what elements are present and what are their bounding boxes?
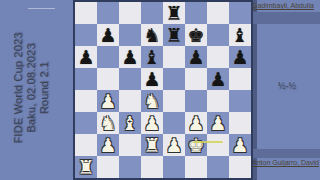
square-a3[interactable] — [75, 112, 97, 134]
square-g8[interactable] — [207, 2, 229, 24]
square-d7[interactable]: ♞ — [141, 24, 163, 46]
event-name: FIDE World Cup 2023 — [12, 0, 25, 176]
chess-board: ♜♟♞♜♚♝♟♟♝♟♟♟♟♟♞♞♝♟♟♟♟♜♟♚♟♜ — [73, 0, 253, 180]
bottom-shadow-band — [253, 149, 320, 158]
move-arrow — [193, 141, 223, 143]
white-pawn[interactable]: ♟ — [143, 112, 160, 134]
black-pawn[interactable]: ♟ — [143, 68, 160, 90]
square-b5[interactable] — [97, 68, 119, 90]
square-g5[interactable]: ♟ — [207, 68, 229, 90]
square-f1[interactable] — [185, 156, 207, 178]
square-a8[interactable] — [75, 2, 97, 24]
square-c7[interactable] — [119, 24, 141, 46]
square-e2[interactable]: ♟ — [163, 134, 185, 156]
square-h6[interactable]: ♟ — [229, 46, 251, 68]
black-rook[interactable]: ♜ — [165, 24, 182, 46]
white-pawn[interactable]: ♟ — [209, 112, 226, 134]
square-d8[interactable] — [141, 2, 163, 24]
square-g4[interactable] — [207, 90, 229, 112]
square-f4[interactable] — [185, 90, 207, 112]
square-d6[interactable]: ♝ — [141, 46, 163, 68]
square-f2[interactable]: ♚ — [185, 134, 207, 156]
white-pawn[interactable]: ♟ — [99, 134, 116, 156]
square-b2[interactable]: ♟ — [97, 134, 119, 156]
square-d5[interactable]: ♟ — [141, 68, 163, 90]
square-h1[interactable] — [229, 156, 251, 178]
black-pawn[interactable]: ♟ — [187, 46, 204, 68]
square-d3[interactable]: ♟ — [141, 112, 163, 134]
event-info: FIDE World Cup 2023 Baku, 02.08.2023 Rou… — [12, 0, 54, 176]
white-pawn[interactable]: ♟ — [99, 90, 116, 112]
black-king[interactable]: ♚ — [187, 24, 204, 46]
black-player-name[interactable]: Gadimbayli, Abdulla — [252, 2, 314, 9]
square-g7[interactable] — [207, 24, 229, 46]
square-f8[interactable] — [185, 2, 207, 24]
square-g2[interactable] — [207, 134, 229, 156]
square-b3[interactable]: ♞ — [97, 112, 119, 134]
white-rook[interactable]: ♜ — [143, 134, 160, 156]
event-location-date: Baku, 02.08.2023 — [25, 0, 38, 176]
square-f6[interactable]: ♟ — [185, 46, 207, 68]
white-pawn[interactable]: ♟ — [187, 112, 204, 134]
square-g3[interactable]: ♟ — [207, 112, 229, 134]
square-h2[interactable]: ♟ — [229, 134, 251, 156]
square-f7[interactable]: ♚ — [185, 24, 207, 46]
square-e1[interactable] — [163, 156, 185, 178]
square-e3[interactable] — [163, 112, 185, 134]
black-pawn[interactable]: ♟ — [99, 24, 116, 46]
square-b7[interactable]: ♟ — [97, 24, 119, 46]
game-result: ½-½ — [262, 81, 312, 91]
square-b1[interactable] — [97, 156, 119, 178]
white-bishop[interactable]: ♝ — [121, 112, 138, 134]
white-player-name[interactable]: Anton Guijarro, David — [252, 159, 319, 166]
top-shadow-band — [253, 12, 320, 24]
square-a5[interactable] — [75, 68, 97, 90]
black-pawn[interactable]: ♟ — [209, 68, 226, 90]
square-d2[interactable]: ♜ — [141, 134, 163, 156]
black-knight[interactable]: ♞ — [143, 24, 160, 46]
square-h3[interactable] — [229, 112, 251, 134]
square-e7[interactable]: ♜ — [163, 24, 185, 46]
square-a2[interactable] — [75, 134, 97, 156]
square-c3[interactable]: ♝ — [119, 112, 141, 134]
square-c8[interactable] — [119, 2, 141, 24]
black-bishop[interactable]: ♝ — [231, 24, 248, 46]
white-rook[interactable]: ♜ — [77, 156, 94, 178]
square-c2[interactable] — [119, 134, 141, 156]
square-b4[interactable]: ♟ — [97, 90, 119, 112]
square-h7[interactable]: ♝ — [229, 24, 251, 46]
square-h4[interactable] — [229, 90, 251, 112]
square-c1[interactable] — [119, 156, 141, 178]
event-round: Round 2.1 — [38, 0, 51, 176]
square-b6[interactable] — [97, 46, 119, 68]
black-bishop[interactable]: ♝ — [143, 46, 160, 68]
white-pawn[interactable]: ♟ — [165, 134, 182, 156]
black-rook[interactable]: ♜ — [165, 2, 182, 24]
black-pawn[interactable]: ♟ — [231, 46, 248, 68]
white-pawn[interactable]: ♟ — [231, 134, 248, 156]
square-a7[interactable] — [75, 24, 97, 46]
square-a1[interactable]: ♜ — [75, 156, 97, 178]
square-c4[interactable] — [119, 90, 141, 112]
black-pawn[interactable]: ♟ — [77, 46, 94, 68]
black-pawn[interactable]: ♟ — [121, 46, 138, 68]
white-king[interactable]: ♚ — [187, 134, 204, 156]
square-e8[interactable]: ♜ — [163, 2, 185, 24]
square-c5[interactable] — [119, 68, 141, 90]
square-d1[interactable] — [141, 156, 163, 178]
white-knight[interactable]: ♞ — [143, 90, 160, 112]
square-f5[interactable] — [185, 68, 207, 90]
square-c6[interactable]: ♟ — [119, 46, 141, 68]
square-h5[interactable] — [229, 68, 251, 90]
square-d4[interactable]: ♞ — [141, 90, 163, 112]
decorative-line — [28, 8, 55, 9]
square-a6[interactable]: ♟ — [75, 46, 97, 68]
square-b8[interactable] — [97, 2, 119, 24]
white-knight[interactable]: ♞ — [99, 112, 116, 134]
square-g6[interactable] — [207, 46, 229, 68]
square-e4[interactable] — [163, 90, 185, 112]
square-h8[interactable] — [229, 2, 251, 24]
square-e6[interactable] — [163, 46, 185, 68]
square-e5[interactable] — [163, 68, 185, 90]
square-g1[interactable] — [207, 156, 229, 178]
square-f3[interactable]: ♟ — [185, 112, 207, 134]
square-a4[interactable] — [75, 90, 97, 112]
video-thumbnail: FIDE World Cup 2023 Baku, 02.08.2023 Rou… — [0, 0, 320, 180]
